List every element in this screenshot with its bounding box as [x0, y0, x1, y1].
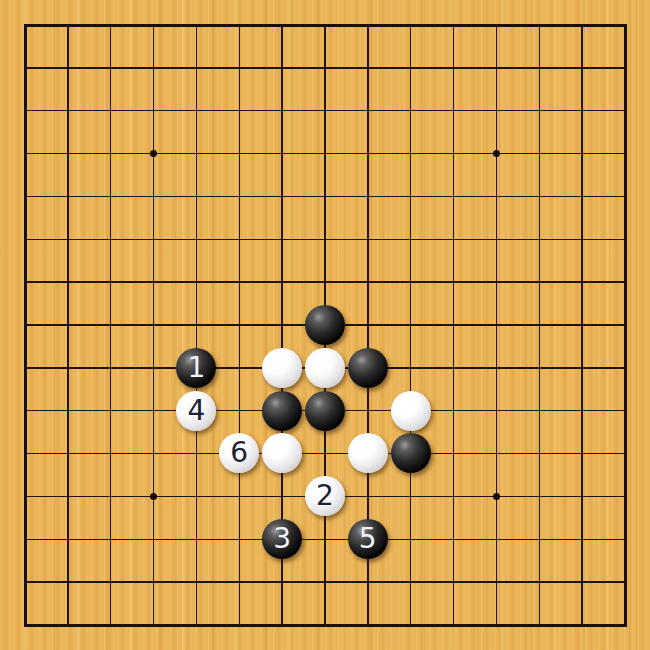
intersection-o1[interactable]: [603, 4, 646, 47]
intersection-e7[interactable]: [175, 261, 218, 304]
intersection-d9[interactable]: [132, 346, 175, 389]
intersection-n4[interactable]: [561, 132, 604, 175]
intersection-b4[interactable]: [46, 132, 89, 175]
intersection-j10: [389, 389, 432, 432]
intersection-f6[interactable]: [218, 218, 261, 261]
intersection-m8[interactable]: [518, 303, 561, 346]
intersection-o5[interactable]: [603, 175, 646, 218]
intersection-j12[interactable]: [389, 475, 432, 518]
intersection-l11[interactable]: [475, 432, 518, 475]
intersection-b2[interactable]: [46, 46, 89, 89]
intersection-l2[interactable]: [475, 46, 518, 89]
intersection-a1[interactable]: [4, 4, 47, 47]
intersection-j4[interactable]: [389, 132, 432, 175]
intersection-f3[interactable]: [218, 89, 261, 132]
intersection-c6[interactable]: [89, 218, 132, 261]
intersection-j7[interactable]: [389, 261, 432, 304]
intersection-j15[interactable]: [389, 603, 432, 646]
intersection-d14[interactable]: [132, 561, 175, 604]
intersection-h14[interactable]: [303, 561, 346, 604]
intersection-m4[interactable]: [518, 132, 561, 175]
intersection-d3[interactable]: [132, 89, 175, 132]
intersection-g15[interactable]: [261, 603, 304, 646]
intersection-o9[interactable]: [603, 346, 646, 389]
intersection-i3[interactable]: [346, 89, 389, 132]
intersection-l5[interactable]: [475, 175, 518, 218]
intersection-k9[interactable]: [432, 346, 475, 389]
intersection-f15[interactable]: [218, 603, 261, 646]
intersection-e11[interactable]: [175, 432, 218, 475]
intersection-i13: 5: [346, 518, 389, 561]
intersection-c1[interactable]: [89, 4, 132, 47]
intersection-k11[interactable]: [432, 432, 475, 475]
intersection-a2[interactable]: [4, 46, 47, 89]
intersection-m13[interactable]: [518, 518, 561, 561]
intersection-l4[interactable]: [475, 132, 518, 175]
intersection-m5[interactable]: [518, 175, 561, 218]
move-number: 4: [187, 397, 205, 425]
intersection-g5[interactable]: [261, 175, 304, 218]
intersection-d7[interactable]: [132, 261, 175, 304]
intersection-m6[interactable]: [518, 218, 561, 261]
intersection-c3[interactable]: [89, 89, 132, 132]
intersection-k14[interactable]: [432, 561, 475, 604]
intersection-j5[interactable]: [389, 175, 432, 218]
intersection-l9[interactable]: [475, 346, 518, 389]
intersection-a11[interactable]: [4, 432, 47, 475]
black-stone-i9: [348, 348, 388, 388]
intersection-i6[interactable]: [346, 218, 389, 261]
intersection-e15[interactable]: [175, 603, 218, 646]
intersection-f4[interactable]: [218, 132, 261, 175]
intersection-m14[interactable]: [518, 561, 561, 604]
intersection-h15[interactable]: [303, 603, 346, 646]
intersection-g3[interactable]: [261, 89, 304, 132]
intersection-d11[interactable]: [132, 432, 175, 475]
intersection-n10[interactable]: [561, 389, 604, 432]
intersection-f5[interactable]: [218, 175, 261, 218]
intersection-d5[interactable]: [132, 175, 175, 218]
intersection-a5[interactable]: [4, 175, 47, 218]
intersection-n5[interactable]: [561, 175, 604, 218]
intersection-l14[interactable]: [475, 561, 518, 604]
intersection-m10[interactable]: [518, 389, 561, 432]
intersection-c5[interactable]: [89, 175, 132, 218]
intersection-h3[interactable]: [303, 89, 346, 132]
intersection-j9[interactable]: [389, 346, 432, 389]
intersection-g13: 3: [261, 518, 304, 561]
intersection-c4[interactable]: [89, 132, 132, 175]
black-stone-j11: [391, 433, 431, 473]
intersection-n3[interactable]: [561, 89, 604, 132]
intersection-o10[interactable]: [603, 389, 646, 432]
intersection-a8[interactable]: [4, 303, 47, 346]
intersection-g8[interactable]: [261, 303, 304, 346]
intersection-m7[interactable]: [518, 261, 561, 304]
intersection-g7[interactable]: [261, 261, 304, 304]
intersection-f13[interactable]: [218, 518, 261, 561]
intersection-c8[interactable]: [89, 303, 132, 346]
intersection-j3[interactable]: [389, 89, 432, 132]
intersection-e6[interactable]: [175, 218, 218, 261]
white-stone-e10: 4: [176, 391, 216, 431]
intersection-g6[interactable]: [261, 218, 304, 261]
intersection-f7[interactable]: [218, 261, 261, 304]
intersection-f2[interactable]: [218, 46, 261, 89]
intersection-f1[interactable]: [218, 4, 261, 47]
intersection-f12[interactable]: [218, 475, 261, 518]
intersection-e3[interactable]: [175, 89, 218, 132]
intersection-b5[interactable]: [46, 175, 89, 218]
move-number: 6: [230, 439, 248, 467]
intersection-o4[interactable]: [603, 132, 646, 175]
intersection-h6[interactable]: [303, 218, 346, 261]
intersection-c11[interactable]: [89, 432, 132, 475]
intersection-h5[interactable]: [303, 175, 346, 218]
white-stone-h12: 2: [305, 476, 345, 516]
intersection-a6[interactable]: [4, 218, 47, 261]
intersection-o14[interactable]: [603, 561, 646, 604]
intersection-h10: [303, 389, 346, 432]
black-stone-g10: [262, 391, 302, 431]
intersection-b8[interactable]: [46, 303, 89, 346]
white-stone-h9: [305, 348, 345, 388]
intersection-g4[interactable]: [261, 132, 304, 175]
intersection-c10[interactable]: [89, 389, 132, 432]
intersection-k2[interactable]: [432, 46, 475, 89]
intersection-o7[interactable]: [603, 261, 646, 304]
intersection-o2[interactable]: [603, 46, 646, 89]
intersection-d4[interactable]: [132, 132, 175, 175]
intersection-d12[interactable]: [132, 475, 175, 518]
intersection-b14[interactable]: [46, 561, 89, 604]
intersection-i11: [346, 432, 389, 475]
intersection-f11: 6: [218, 432, 261, 475]
intersection-k3[interactable]: [432, 89, 475, 132]
intersection-d13[interactable]: [132, 518, 175, 561]
intersection-k8[interactable]: [432, 303, 475, 346]
intersection-a9[interactable]: [4, 346, 47, 389]
intersection-i14[interactable]: [346, 561, 389, 604]
intersection-c12[interactable]: [89, 475, 132, 518]
intersection-h8: [303, 303, 346, 346]
intersection-a12[interactable]: [4, 475, 47, 518]
move-number: 1: [187, 354, 205, 382]
intersection-i8[interactable]: [346, 303, 389, 346]
intersection-g12[interactable]: [261, 475, 304, 518]
intersection-e4[interactable]: [175, 132, 218, 175]
intersection-g9: [261, 346, 304, 389]
move-number: 2: [316, 482, 334, 510]
intersection-g14[interactable]: [261, 561, 304, 604]
intersection-i5[interactable]: [346, 175, 389, 218]
white-stone-f11: 6: [219, 433, 259, 473]
black-stone-h10: [305, 391, 345, 431]
intersection-m3[interactable]: [518, 89, 561, 132]
intersection-a7[interactable]: [4, 261, 47, 304]
intersection-m9[interactable]: [518, 346, 561, 389]
intersection-o15[interactable]: [603, 603, 646, 646]
intersection-e8[interactable]: [175, 303, 218, 346]
intersection-e1[interactable]: [175, 4, 218, 47]
intersection-e2[interactable]: [175, 46, 218, 89]
intersection-o11[interactable]: [603, 432, 646, 475]
intersection-c2[interactable]: [89, 46, 132, 89]
intersection-l6[interactable]: [475, 218, 518, 261]
white-stone-g11: [262, 433, 302, 473]
intersection-n11[interactable]: [561, 432, 604, 475]
intersection-e13[interactable]: [175, 518, 218, 561]
intersection-j1[interactable]: [389, 4, 432, 47]
intersection-k12[interactable]: [432, 475, 475, 518]
intersection-a10[interactable]: [4, 389, 47, 432]
intersection-j2[interactable]: [389, 46, 432, 89]
intersection-j11: [389, 432, 432, 475]
intersection-n9[interactable]: [561, 346, 604, 389]
intersection-m15[interactable]: [518, 603, 561, 646]
intersection-j14[interactable]: [389, 561, 432, 604]
intersection-j13[interactable]: [389, 518, 432, 561]
intersection-a4[interactable]: [4, 132, 47, 175]
intersection-k10[interactable]: [432, 389, 475, 432]
intersection-n6[interactable]: [561, 218, 604, 261]
intersection-i7[interactable]: [346, 261, 389, 304]
intersection-e12[interactable]: [175, 475, 218, 518]
intersection-b12[interactable]: [46, 475, 89, 518]
intersection-b6[interactable]: [46, 218, 89, 261]
intersection-d1[interactable]: [132, 4, 175, 47]
intersection-b13[interactable]: [46, 518, 89, 561]
intersection-j8[interactable]: [389, 303, 432, 346]
white-stone-i11: [348, 433, 388, 473]
intersection-k13[interactable]: [432, 518, 475, 561]
intersection-g11: [261, 432, 304, 475]
intersection-f8[interactable]: [218, 303, 261, 346]
intersection-b3[interactable]: [46, 89, 89, 132]
intersection-a15[interactable]: [4, 603, 47, 646]
intersection-k1[interactable]: [432, 4, 475, 47]
intersection-h13[interactable]: [303, 518, 346, 561]
intersection-f10[interactable]: [218, 389, 261, 432]
intersection-g1[interactable]: [261, 4, 304, 47]
intersection-l15[interactable]: [475, 603, 518, 646]
intersection-k4[interactable]: [432, 132, 475, 175]
white-stone-g9: [262, 348, 302, 388]
intersection-h11[interactable]: [303, 432, 346, 475]
intersection-m2[interactable]: [518, 46, 561, 89]
intersection-i2[interactable]: [346, 46, 389, 89]
intersection-b7[interactable]: [46, 261, 89, 304]
intersection-a13[interactable]: [4, 518, 47, 561]
intersection-l7[interactable]: [475, 261, 518, 304]
intersection-a3[interactable]: [4, 89, 47, 132]
intersection-b10[interactable]: [46, 389, 89, 432]
intersection-o6[interactable]: [603, 218, 646, 261]
intersection-l8[interactable]: [475, 303, 518, 346]
intersection-n12[interactable]: [561, 475, 604, 518]
intersection-l12[interactable]: [475, 475, 518, 518]
intersection-d10[interactable]: [132, 389, 175, 432]
intersection-n13[interactable]: [561, 518, 604, 561]
intersection-b9[interactable]: [46, 346, 89, 389]
intersection-l3[interactable]: [475, 89, 518, 132]
intersection-d2[interactable]: [132, 46, 175, 89]
intersection-h9: [303, 346, 346, 389]
intersection-n7[interactable]: [561, 261, 604, 304]
intersection-n1[interactable]: [561, 4, 604, 47]
intersection-c14[interactable]: [89, 561, 132, 604]
intersection-m11[interactable]: [518, 432, 561, 475]
intersection-i15[interactable]: [346, 603, 389, 646]
intersection-h7[interactable]: [303, 261, 346, 304]
intersection-n15[interactable]: [561, 603, 604, 646]
intersection-m1[interactable]: [518, 4, 561, 47]
black-stone-i13: 5: [348, 519, 388, 559]
move-number: 3: [273, 525, 291, 553]
intersection-i4[interactable]: [346, 132, 389, 175]
intersection-l1[interactable]: [475, 4, 518, 47]
intersection-d15[interactable]: [132, 603, 175, 646]
intersection-h4[interactable]: [303, 132, 346, 175]
white-stone-j10: [391, 391, 431, 431]
intersection-k7[interactable]: [432, 261, 475, 304]
intersection-e14[interactable]: [175, 561, 218, 604]
intersection-o3[interactable]: [603, 89, 646, 132]
intersection-b1[interactable]: [46, 4, 89, 47]
intersection-f9[interactable]: [218, 346, 261, 389]
intersection-n2[interactable]: [561, 46, 604, 89]
intersection-i1[interactable]: [346, 4, 389, 47]
intersection-l13[interactable]: [475, 518, 518, 561]
intersection-o13[interactable]: [603, 518, 646, 561]
intersection-h2[interactable]: [303, 46, 346, 89]
black-stone-e9: 1: [176, 348, 216, 388]
gomoku-app-window: 146235: [0, 0, 650, 650]
black-stone-g13: 3: [262, 519, 302, 559]
intersection-l10[interactable]: [475, 389, 518, 432]
intersection-o8[interactable]: [603, 303, 646, 346]
intersection-h12: 2: [303, 475, 346, 518]
intersection-d6[interactable]: [132, 218, 175, 261]
intersection-m12[interactable]: [518, 475, 561, 518]
intersection-f14[interactable]: [218, 561, 261, 604]
intersection-b15[interactable]: [46, 603, 89, 646]
intersection-k15[interactable]: [432, 603, 475, 646]
intersection-e5[interactable]: [175, 175, 218, 218]
move-number: 5: [359, 525, 377, 553]
intersection-b11[interactable]: [46, 432, 89, 475]
intersection-i12[interactable]: [346, 475, 389, 518]
intersection-n8[interactable]: [561, 303, 604, 346]
intersection-i9: [346, 346, 389, 389]
board-intersection-grid: 146235: [4, 4, 647, 647]
intersection-e10: 4: [175, 389, 218, 432]
intersection-h1[interactable]: [303, 4, 346, 47]
intersection-o12[interactable]: [603, 475, 646, 518]
black-stone-h8: [305, 305, 345, 345]
intersection-g10: [261, 389, 304, 432]
intersection-c15[interactable]: [89, 603, 132, 646]
intersection-c9[interactable]: [89, 346, 132, 389]
intersection-i10[interactable]: [346, 389, 389, 432]
intersection-g2[interactable]: [261, 46, 304, 89]
intersection-e9: 1: [175, 346, 218, 389]
intersection-n14[interactable]: [561, 561, 604, 604]
intersection-j6[interactable]: [389, 218, 432, 261]
intersection-k6[interactable]: [432, 218, 475, 261]
intersection-a14[interactable]: [4, 561, 47, 604]
intersection-c7[interactable]: [89, 261, 132, 304]
intersection-c13[interactable]: [89, 518, 132, 561]
intersection-k5[interactable]: [432, 175, 475, 218]
intersection-d8[interactable]: [132, 303, 175, 346]
